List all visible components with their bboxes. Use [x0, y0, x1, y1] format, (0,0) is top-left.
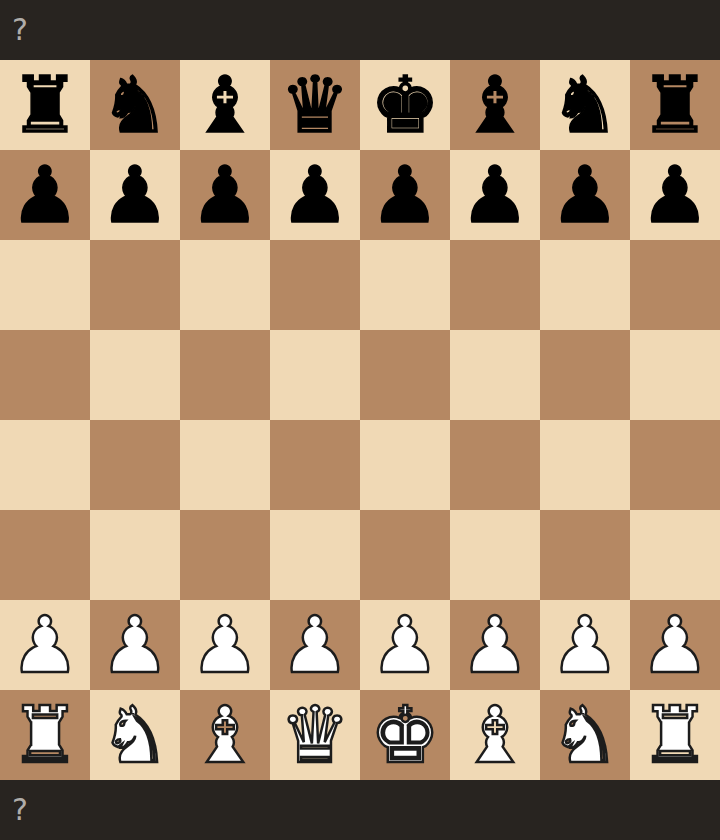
- square-a4[interactable]: [0, 420, 90, 510]
- square-b2[interactable]: ♟: [90, 600, 180, 690]
- square-a1[interactable]: ♜: [0, 690, 90, 780]
- player-bottom-name: ?: [12, 780, 28, 840]
- square-e5[interactable]: [360, 330, 450, 420]
- square-c3[interactable]: [180, 510, 270, 600]
- square-c7[interactable]: ♟: [180, 150, 270, 240]
- square-f8[interactable]: ♝: [450, 60, 540, 150]
- white-pawn-f2[interactable]: ♟: [460, 600, 530, 690]
- square-h8[interactable]: ♜: [630, 60, 720, 150]
- square-b6[interactable]: [90, 240, 180, 330]
- square-e8[interactable]: ♚: [360, 60, 450, 150]
- square-b5[interactable]: [90, 330, 180, 420]
- square-h3[interactable]: [630, 510, 720, 600]
- black-bishop-f8[interactable]: ♝: [460, 60, 530, 150]
- square-g1[interactable]: ♞: [540, 690, 630, 780]
- chess-board: ♜♞♝♛♚♝♞♜♟♟♟♟♟♟♟♟♟♟♟♟♟♟♟♟♜♞♝♛♚♝♞♜: [0, 60, 720, 780]
- square-b3[interactable]: [90, 510, 180, 600]
- black-pawn-d7[interactable]: ♟: [280, 150, 350, 240]
- square-b1[interactable]: ♞: [90, 690, 180, 780]
- square-e2[interactable]: ♟: [360, 600, 450, 690]
- square-f1[interactable]: ♝: [450, 690, 540, 780]
- square-f2[interactable]: ♟: [450, 600, 540, 690]
- white-pawn-e2[interactable]: ♟: [370, 600, 440, 690]
- square-b4[interactable]: [90, 420, 180, 510]
- square-d5[interactable]: [270, 330, 360, 420]
- black-pawn-g7[interactable]: ♟: [550, 150, 620, 240]
- white-bishop-c1[interactable]: ♝: [190, 690, 260, 780]
- chess-app: ? ♜♞♝♛♚♝♞♜♟♟♟♟♟♟♟♟♟♟♟♟♟♟♟♟♜♞♝♛♚♝♞♜ ?: [0, 0, 720, 840]
- white-pawn-c2[interactable]: ♟: [190, 600, 260, 690]
- white-knight-g1[interactable]: ♞: [550, 690, 620, 780]
- black-knight-b8[interactable]: ♞: [100, 60, 170, 150]
- black-bishop-c8[interactable]: ♝: [190, 60, 260, 150]
- white-pawn-g2[interactable]: ♟: [550, 600, 620, 690]
- black-knight-g8[interactable]: ♞: [550, 60, 620, 150]
- square-g2[interactable]: ♟: [540, 600, 630, 690]
- square-a5[interactable]: [0, 330, 90, 420]
- square-h6[interactable]: [630, 240, 720, 330]
- white-pawn-a2[interactable]: ♟: [10, 600, 80, 690]
- square-c4[interactable]: [180, 420, 270, 510]
- square-d7[interactable]: ♟: [270, 150, 360, 240]
- square-c8[interactable]: ♝: [180, 60, 270, 150]
- square-e1[interactable]: ♚: [360, 690, 450, 780]
- player-top-name: ?: [12, 0, 28, 60]
- black-pawn-b7[interactable]: ♟: [100, 150, 170, 240]
- square-g5[interactable]: [540, 330, 630, 420]
- player-bottom-bar: ?: [0, 780, 720, 840]
- black-pawn-c7[interactable]: ♟: [190, 150, 260, 240]
- square-d3[interactable]: [270, 510, 360, 600]
- square-g3[interactable]: [540, 510, 630, 600]
- square-h2[interactable]: ♟: [630, 600, 720, 690]
- black-pawn-a7[interactable]: ♟: [10, 150, 80, 240]
- white-knight-b1[interactable]: ♞: [100, 690, 170, 780]
- square-a6[interactable]: [0, 240, 90, 330]
- square-e3[interactable]: [360, 510, 450, 600]
- square-c1[interactable]: ♝: [180, 690, 270, 780]
- square-g6[interactable]: [540, 240, 630, 330]
- square-b8[interactable]: ♞: [90, 60, 180, 150]
- black-rook-h8[interactable]: ♜: [640, 60, 710, 150]
- black-pawn-f7[interactable]: ♟: [460, 150, 530, 240]
- square-a3[interactable]: [0, 510, 90, 600]
- square-e6[interactable]: [360, 240, 450, 330]
- square-h5[interactable]: [630, 330, 720, 420]
- black-rook-a8[interactable]: ♜: [10, 60, 80, 150]
- square-c5[interactable]: [180, 330, 270, 420]
- square-g4[interactable]: [540, 420, 630, 510]
- black-queen-d8[interactable]: ♛: [280, 60, 350, 150]
- square-f5[interactable]: [450, 330, 540, 420]
- square-a2[interactable]: ♟: [0, 600, 90, 690]
- square-d2[interactable]: ♟: [270, 600, 360, 690]
- black-pawn-h7[interactable]: ♟: [640, 150, 710, 240]
- square-d1[interactable]: ♛: [270, 690, 360, 780]
- square-f3[interactable]: [450, 510, 540, 600]
- square-f6[interactable]: [450, 240, 540, 330]
- white-pawn-h2[interactable]: ♟: [640, 600, 710, 690]
- square-h1[interactable]: ♜: [630, 690, 720, 780]
- square-h4[interactable]: [630, 420, 720, 510]
- white-king-e1[interactable]: ♚: [370, 690, 440, 780]
- player-top-bar: ?: [0, 0, 720, 60]
- white-rook-h1[interactable]: ♜: [640, 690, 710, 780]
- black-pawn-e7[interactable]: ♟: [370, 150, 440, 240]
- square-e7[interactable]: ♟: [360, 150, 450, 240]
- square-e4[interactable]: [360, 420, 450, 510]
- square-h7[interactable]: ♟: [630, 150, 720, 240]
- black-king-e8[interactable]: ♚: [370, 60, 440, 150]
- square-f7[interactable]: ♟: [450, 150, 540, 240]
- white-queen-d1[interactable]: ♛: [280, 690, 350, 780]
- white-pawn-b2[interactable]: ♟: [100, 600, 170, 690]
- square-a7[interactable]: ♟: [0, 150, 90, 240]
- white-bishop-f1[interactable]: ♝: [460, 690, 530, 780]
- square-f4[interactable]: [450, 420, 540, 510]
- white-pawn-d2[interactable]: ♟: [280, 600, 350, 690]
- square-c6[interactable]: [180, 240, 270, 330]
- square-d8[interactable]: ♛: [270, 60, 360, 150]
- square-c2[interactable]: ♟: [180, 600, 270, 690]
- square-d6[interactable]: [270, 240, 360, 330]
- square-g8[interactable]: ♞: [540, 60, 630, 150]
- square-d4[interactable]: [270, 420, 360, 510]
- square-a8[interactable]: ♜: [0, 60, 90, 150]
- square-b7[interactable]: ♟: [90, 150, 180, 240]
- white-rook-a1[interactable]: ♜: [10, 690, 80, 780]
- square-g7[interactable]: ♟: [540, 150, 630, 240]
